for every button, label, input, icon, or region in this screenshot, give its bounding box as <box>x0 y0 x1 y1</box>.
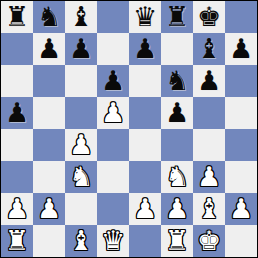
piece-white-knight[interactable]: ♞ <box>65 161 97 193</box>
square-f4[interactable] <box>161 129 193 161</box>
square-a7[interactable] <box>1 33 33 65</box>
square-b7[interactable]: ♟ <box>33 33 65 65</box>
piece-black-knight[interactable]: ♞ <box>33 1 65 33</box>
square-e1[interactable] <box>129 225 161 257</box>
piece-white-pawn[interactable]: ♟ <box>129 193 161 225</box>
square-f1[interactable]: ♜ <box>161 225 193 257</box>
square-a2[interactable]: ♟ <box>1 193 33 225</box>
square-g4[interactable] <box>193 129 225 161</box>
square-h3[interactable] <box>225 161 257 193</box>
piece-black-pawn[interactable]: ♟ <box>161 97 193 129</box>
square-a4[interactable] <box>1 129 33 161</box>
chess-board-frame: ♜♞♝♛♜♚♟♟♟♝♟♟♞♟♟♟♟♟♞♞♟♟♟♟♟♝♟♜♝♛♜♚ <box>0 0 258 258</box>
piece-white-knight[interactable]: ♞ <box>161 161 193 193</box>
square-a5[interactable]: ♟ <box>1 97 33 129</box>
square-c8[interactable]: ♝ <box>65 1 97 33</box>
square-h1[interactable] <box>225 225 257 257</box>
piece-black-pawn[interactable]: ♟ <box>1 97 33 129</box>
square-c5[interactable] <box>65 97 97 129</box>
square-e5[interactable] <box>129 97 161 129</box>
square-g7[interactable]: ♝ <box>193 33 225 65</box>
piece-black-king[interactable]: ♚ <box>193 1 225 33</box>
square-a1[interactable]: ♜ <box>1 225 33 257</box>
square-f3[interactable]: ♞ <box>161 161 193 193</box>
square-g8[interactable]: ♚ <box>193 1 225 33</box>
piece-black-rook[interactable]: ♜ <box>161 1 193 33</box>
square-e7[interactable]: ♟ <box>129 33 161 65</box>
square-d3[interactable] <box>97 161 129 193</box>
square-d2[interactable] <box>97 193 129 225</box>
piece-white-rook[interactable]: ♜ <box>1 225 33 257</box>
square-e2[interactable]: ♟ <box>129 193 161 225</box>
square-e4[interactable] <box>129 129 161 161</box>
piece-white-pawn[interactable]: ♟ <box>193 161 225 193</box>
square-c2[interactable] <box>65 193 97 225</box>
square-d1[interactable]: ♛ <box>97 225 129 257</box>
square-d7[interactable] <box>97 33 129 65</box>
square-g1[interactable]: ♚ <box>193 225 225 257</box>
square-h2[interactable]: ♟ <box>225 193 257 225</box>
square-g5[interactable] <box>193 97 225 129</box>
square-b5[interactable] <box>33 97 65 129</box>
square-c3[interactable]: ♞ <box>65 161 97 193</box>
piece-black-queen[interactable]: ♛ <box>129 1 161 33</box>
square-b3[interactable] <box>33 161 65 193</box>
piece-white-rook[interactable]: ♜ <box>161 225 193 257</box>
square-b6[interactable] <box>33 65 65 97</box>
square-f5[interactable]: ♟ <box>161 97 193 129</box>
square-b1[interactable] <box>33 225 65 257</box>
square-f6[interactable]: ♞ <box>161 65 193 97</box>
chess-board: ♜♞♝♛♜♚♟♟♟♝♟♟♞♟♟♟♟♟♞♞♟♟♟♟♟♝♟♜♝♛♜♚ <box>1 1 257 257</box>
piece-black-bishop[interactable]: ♝ <box>193 33 225 65</box>
piece-white-pawn[interactable]: ♟ <box>65 129 97 161</box>
piece-black-pawn[interactable]: ♟ <box>97 65 129 97</box>
square-g6[interactable]: ♟ <box>193 65 225 97</box>
square-c1[interactable]: ♝ <box>65 225 97 257</box>
square-d5[interactable]: ♟ <box>97 97 129 129</box>
piece-white-bishop[interactable]: ♝ <box>65 225 97 257</box>
square-d6[interactable]: ♟ <box>97 65 129 97</box>
square-d4[interactable] <box>97 129 129 161</box>
square-c4[interactable]: ♟ <box>65 129 97 161</box>
square-e6[interactable] <box>129 65 161 97</box>
square-c6[interactable] <box>65 65 97 97</box>
piece-black-pawn[interactable]: ♟ <box>129 33 161 65</box>
square-f2[interactable]: ♟ <box>161 193 193 225</box>
square-b8[interactable]: ♞ <box>33 1 65 33</box>
piece-black-knight[interactable]: ♞ <box>161 65 193 97</box>
square-h5[interactable] <box>225 97 257 129</box>
square-h8[interactable] <box>225 1 257 33</box>
piece-black-bishop[interactable]: ♝ <box>65 1 97 33</box>
square-h6[interactable] <box>225 65 257 97</box>
square-d8[interactable] <box>97 1 129 33</box>
piece-white-pawn[interactable]: ♟ <box>33 193 65 225</box>
square-g2[interactable]: ♝ <box>193 193 225 225</box>
square-f7[interactable] <box>161 33 193 65</box>
square-a8[interactable]: ♜ <box>1 1 33 33</box>
piece-white-queen[interactable]: ♛ <box>97 225 129 257</box>
piece-black-pawn[interactable]: ♟ <box>225 33 257 65</box>
square-g3[interactable]: ♟ <box>193 161 225 193</box>
square-b4[interactable] <box>33 129 65 161</box>
piece-white-bishop[interactable]: ♝ <box>193 193 225 225</box>
piece-black-pawn[interactable]: ♟ <box>33 33 65 65</box>
square-b2[interactable]: ♟ <box>33 193 65 225</box>
square-c7[interactable]: ♟ <box>65 33 97 65</box>
piece-white-pawn[interactable]: ♟ <box>161 193 193 225</box>
piece-white-pawn[interactable]: ♟ <box>97 97 129 129</box>
piece-black-pawn[interactable]: ♟ <box>193 65 225 97</box>
square-h4[interactable] <box>225 129 257 161</box>
piece-black-rook[interactable]: ♜ <box>1 1 33 33</box>
square-a3[interactable] <box>1 161 33 193</box>
square-a6[interactable] <box>1 65 33 97</box>
piece-white-king[interactable]: ♚ <box>193 225 225 257</box>
square-f8[interactable]: ♜ <box>161 1 193 33</box>
piece-black-pawn[interactable]: ♟ <box>65 33 97 65</box>
square-e3[interactable] <box>129 161 161 193</box>
piece-white-pawn[interactable]: ♟ <box>225 193 257 225</box>
piece-white-pawn[interactable]: ♟ <box>1 193 33 225</box>
square-h7[interactable]: ♟ <box>225 33 257 65</box>
square-e8[interactable]: ♛ <box>129 1 161 33</box>
